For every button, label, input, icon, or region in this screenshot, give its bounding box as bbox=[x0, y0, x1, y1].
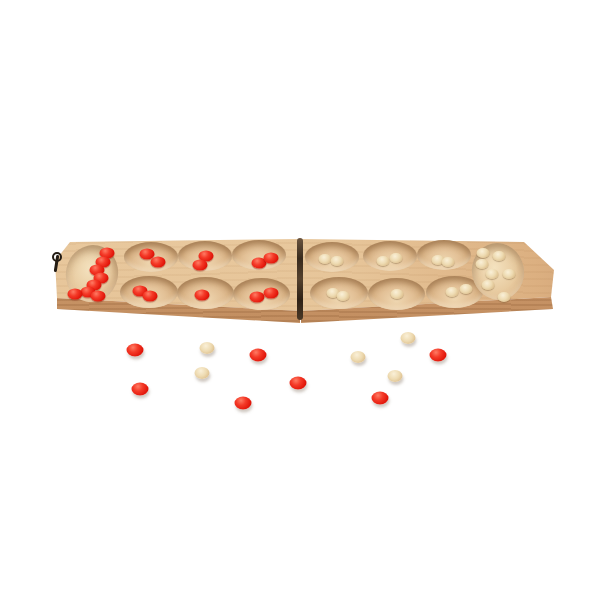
red-counter-loose[interactable] bbox=[372, 392, 389, 405]
cream-counter-loose[interactable] bbox=[195, 367, 210, 379]
cream-counter[interactable] bbox=[476, 259, 489, 269]
red-counter[interactable] bbox=[250, 292, 265, 303]
cream-counter[interactable] bbox=[503, 269, 516, 279]
cream-counter[interactable] bbox=[442, 257, 455, 267]
red-counter-loose[interactable] bbox=[250, 349, 267, 362]
cream-counter[interactable] bbox=[391, 289, 404, 299]
red-counter[interactable] bbox=[68, 289, 83, 300]
red-counter-loose[interactable] bbox=[290, 377, 307, 390]
cream-counter[interactable] bbox=[319, 254, 332, 264]
red-counter[interactable] bbox=[264, 253, 279, 264]
red-counter-loose[interactable] bbox=[132, 383, 149, 396]
cream-counter[interactable] bbox=[477, 248, 490, 258]
cream-counter-loose[interactable] bbox=[200, 342, 215, 354]
red-counter-loose[interactable] bbox=[430, 349, 447, 362]
cream-counter[interactable] bbox=[486, 269, 499, 279]
cream-counter-loose[interactable] bbox=[388, 370, 403, 382]
red-counter[interactable] bbox=[193, 260, 208, 271]
cream-counter-loose[interactable] bbox=[351, 351, 366, 363]
red-counter[interactable] bbox=[195, 290, 210, 301]
pieces-layer bbox=[0, 0, 600, 600]
cream-counter[interactable] bbox=[377, 256, 390, 266]
cream-counter[interactable] bbox=[493, 251, 506, 261]
cream-counter[interactable] bbox=[446, 287, 459, 297]
red-counter[interactable] bbox=[143, 291, 158, 302]
cream-counter[interactable] bbox=[498, 292, 511, 302]
cream-counter-loose[interactable] bbox=[401, 332, 416, 344]
cream-counter[interactable] bbox=[460, 284, 473, 294]
cream-counter[interactable] bbox=[331, 256, 344, 266]
red-counter[interactable] bbox=[151, 257, 166, 268]
cream-counter[interactable] bbox=[337, 291, 350, 301]
red-counter[interactable] bbox=[91, 291, 106, 302]
cream-counter[interactable] bbox=[390, 253, 403, 263]
red-counter[interactable] bbox=[264, 288, 279, 299]
photo-background bbox=[0, 0, 600, 600]
cream-counter[interactable] bbox=[482, 280, 495, 290]
red-counter-loose[interactable] bbox=[235, 397, 252, 410]
red-counter-loose[interactable] bbox=[127, 344, 144, 357]
